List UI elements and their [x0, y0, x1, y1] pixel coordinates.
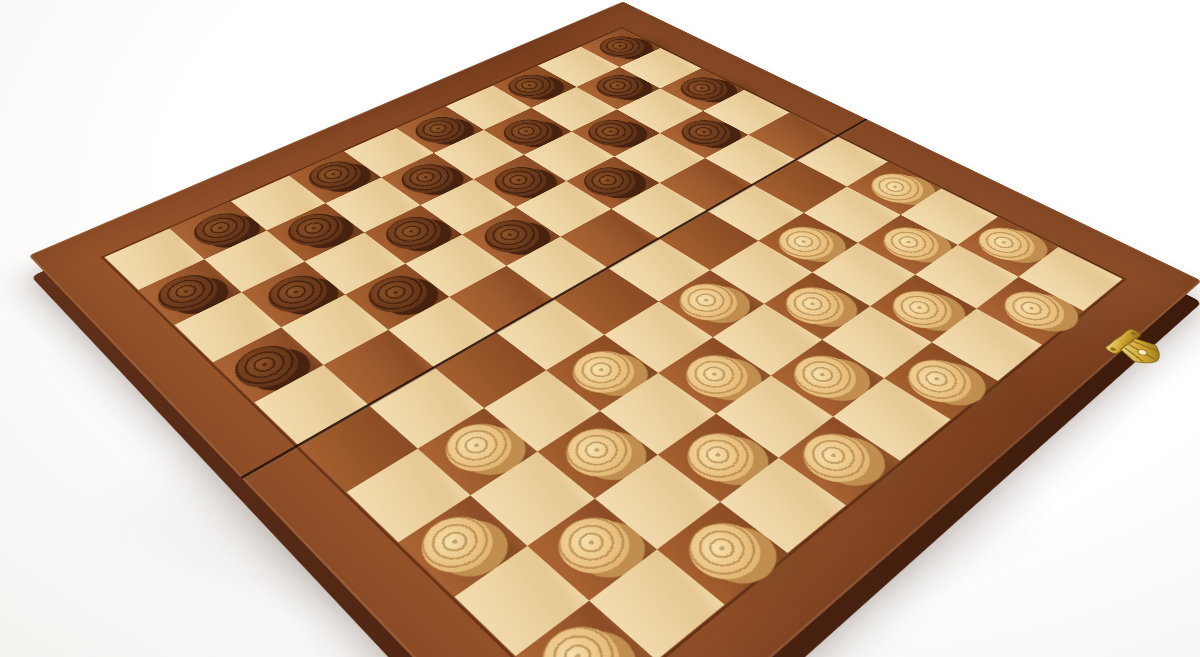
light-piece[interactable] [674, 424, 768, 493]
board-square[interactable] [242, 261, 346, 327]
light-piece[interactable] [673, 347, 761, 407]
board-square[interactable] [345, 264, 449, 330]
board-square[interactable] [657, 502, 787, 605]
board-square[interactable] [713, 304, 822, 376]
board-square[interactable] [449, 266, 554, 332]
board-square[interactable] [527, 499, 657, 601]
board-square[interactable] [516, 601, 657, 657]
board-square[interactable] [716, 376, 833, 458]
board-square[interactable] [604, 301, 713, 372]
board-square[interactable] [435, 332, 547, 408]
board-square[interactable] [554, 268, 659, 335]
board-square[interactable] [418, 408, 538, 495]
light-piece[interactable] [789, 424, 883, 493]
board-square[interactable] [470, 452, 595, 546]
light-piece[interactable] [526, 614, 636, 657]
light-piece[interactable] [667, 276, 749, 328]
light-piece[interactable] [993, 284, 1076, 337]
dark-piece[interactable] [147, 268, 227, 319]
board-square[interactable] [537, 411, 657, 499]
light-piece[interactable] [674, 512, 775, 592]
board-square[interactable] [138, 259, 241, 325]
board-square[interactable] [600, 373, 716, 455]
light-piece[interactable] [895, 351, 984, 411]
light-piece[interactable] [407, 506, 507, 585]
board-square[interactable] [932, 309, 1042, 381]
board-square[interactable] [771, 340, 884, 417]
board-square[interactable] [254, 365, 369, 446]
light-piece[interactable] [544, 507, 645, 586]
board-square[interactable] [764, 272, 870, 339]
board-square[interactable] [496, 299, 604, 370]
dark-piece[interactable] [223, 338, 309, 397]
light-piece[interactable] [774, 280, 856, 332]
board-square[interactable] [884, 342, 998, 419]
board-square[interactable] [595, 455, 720, 550]
light-piece[interactable] [781, 347, 869, 407]
board-square[interactable] [369, 368, 484, 449]
board-square[interactable] [977, 277, 1084, 345]
board-square[interactable] [779, 417, 901, 506]
light-piece[interactable] [560, 343, 647, 402]
board-square[interactable] [174, 292, 281, 362]
board-square[interactable] [323, 330, 434, 405]
board-square[interactable] [822, 306, 932, 378]
board-square[interactable] [454, 546, 589, 656]
board-square[interactable] [833, 378, 951, 461]
product-photo-scene [0, 0, 1200, 657]
board-square[interactable] [347, 449, 471, 543]
light-piece[interactable] [432, 414, 525, 481]
dark-piece[interactable] [257, 268, 338, 319]
board-square[interactable] [658, 414, 779, 502]
board-square[interactable] [213, 327, 324, 402]
board-square[interactable] [589, 549, 724, 657]
board-square[interactable] [658, 337, 771, 414]
board-square[interactable] [720, 458, 846, 553]
board-square[interactable] [281, 295, 388, 365]
board-square[interactable] [299, 405, 418, 492]
light-piece[interactable] [881, 283, 964, 336]
dark-piece[interactable] [357, 269, 438, 320]
board-square[interactable] [546, 335, 658, 411]
board-square[interactable] [398, 495, 527, 596]
light-piece[interactable] [553, 419, 646, 487]
board-square[interactable] [870, 275, 976, 343]
board-square[interactable] [659, 270, 764, 337]
board-square[interactable] [484, 370, 600, 451]
board-square[interactable] [388, 297, 496, 368]
